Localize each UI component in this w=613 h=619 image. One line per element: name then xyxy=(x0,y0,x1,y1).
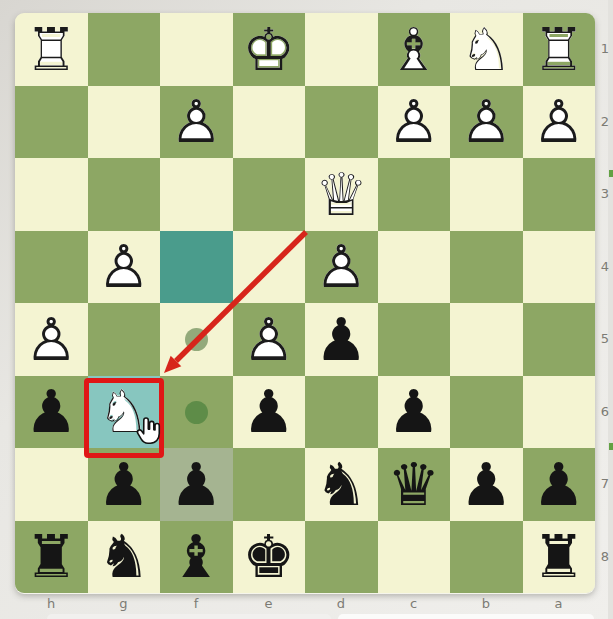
square-d5[interactable]: ♟ xyxy=(305,303,378,376)
rank-label-3: 3 xyxy=(597,186,613,201)
rank-label-5: 5 xyxy=(597,331,613,346)
bottom-panel-edge-right[interactable] xyxy=(338,614,594,619)
move-hint-dot[interactable] xyxy=(185,328,208,351)
square-a2[interactable]: ♟♙ xyxy=(523,86,596,159)
black-pawn[interactable]: ♟ xyxy=(450,448,523,521)
file-label-c: c xyxy=(378,596,450,611)
square-h2[interactable] xyxy=(15,86,88,159)
white-pawn[interactable]: ♟♙ xyxy=(160,86,233,159)
bottom-panel-edge-left[interactable] xyxy=(47,614,331,619)
white-knight[interactable]: ♞♘ xyxy=(88,376,161,449)
square-e1[interactable]: ♚♔ xyxy=(233,13,306,86)
black-king[interactable]: ♚ xyxy=(233,521,306,594)
square-d3[interactable]: ♛♕ xyxy=(305,158,378,231)
black-queen[interactable]: ♛ xyxy=(378,448,451,521)
file-label-b: b xyxy=(450,596,522,611)
square-g3[interactable] xyxy=(88,158,161,231)
black-pawn[interactable]: ♟ xyxy=(378,376,451,449)
square-c8[interactable] xyxy=(378,521,451,594)
square-g7[interactable]: ♟ xyxy=(88,448,161,521)
edge-marker xyxy=(609,443,613,450)
square-a1[interactable]: ♜♖ xyxy=(523,13,596,86)
square-h3[interactable] xyxy=(15,158,88,231)
black-pawn[interactable]: ♟ xyxy=(15,376,88,449)
rank-label-2: 2 xyxy=(597,114,613,129)
square-g5[interactable] xyxy=(88,303,161,376)
square-e4[interactable] xyxy=(233,231,306,304)
square-f3[interactable] xyxy=(160,158,233,231)
white-pawn[interactable]: ♟♙ xyxy=(305,231,378,304)
square-d7[interactable]: ♞ xyxy=(305,448,378,521)
square-f7[interactable]: ♟ xyxy=(160,448,233,521)
white-rook[interactable]: ♜♖ xyxy=(15,13,88,86)
black-pawn[interactable]: ♟ xyxy=(523,448,596,521)
black-pawn[interactable]: ♟ xyxy=(160,448,233,521)
black-pawn[interactable]: ♟ xyxy=(88,448,161,521)
square-b1[interactable]: ♞♘ xyxy=(450,13,523,86)
square-f8[interactable]: ♝ xyxy=(160,521,233,594)
white-rook[interactable]: ♜♖ xyxy=(523,13,596,86)
white-bishop[interactable]: ♝♗ xyxy=(378,13,451,86)
square-c4[interactable] xyxy=(378,231,451,304)
square-f2[interactable]: ♟♙ xyxy=(160,86,233,159)
black-rook[interactable]: ♜ xyxy=(15,521,88,594)
rank-label-4: 4 xyxy=(597,259,613,274)
white-pawn[interactable]: ♟♙ xyxy=(523,86,596,159)
rank-label-1: 1 xyxy=(597,41,613,56)
square-c3[interactable] xyxy=(378,158,451,231)
square-d8[interactable] xyxy=(305,521,378,594)
square-d2[interactable] xyxy=(305,86,378,159)
square-b3[interactable] xyxy=(450,158,523,231)
file-label-h: h xyxy=(15,596,87,611)
black-pawn[interactable]: ♟ xyxy=(233,376,306,449)
square-e7[interactable] xyxy=(233,448,306,521)
file-label-f: f xyxy=(160,596,232,611)
white-knight[interactable]: ♞♘ xyxy=(450,13,523,86)
square-h6[interactable]: ♟ xyxy=(15,376,88,449)
square-f1[interactable] xyxy=(160,13,233,86)
file-label-e: e xyxy=(233,596,305,611)
black-bishop[interactable]: ♝ xyxy=(160,521,233,594)
square-b6[interactable] xyxy=(450,376,523,449)
black-knight[interactable]: ♞ xyxy=(305,448,378,521)
square-h4[interactable] xyxy=(15,231,88,304)
file-label-d: d xyxy=(305,596,377,611)
square-a4[interactable] xyxy=(523,231,596,304)
rank-label-7: 7 xyxy=(597,476,613,491)
square-a3[interactable] xyxy=(523,158,596,231)
square-c5[interactable] xyxy=(378,303,451,376)
white-pawn[interactable]: ♟♙ xyxy=(450,86,523,159)
square-d4[interactable]: ♟♙ xyxy=(305,231,378,304)
edge-marker xyxy=(609,170,613,177)
black-rook[interactable]: ♜ xyxy=(523,521,596,594)
move-hint-dot[interactable] xyxy=(185,401,208,424)
square-f6[interactable] xyxy=(160,376,233,449)
square-b8[interactable] xyxy=(450,521,523,594)
square-c7[interactable]: ♛ xyxy=(378,448,451,521)
square-b5[interactable] xyxy=(450,303,523,376)
square-b2[interactable]: ♟♙ xyxy=(450,86,523,159)
square-g6[interactable]: ♞♘ xyxy=(88,376,161,449)
square-e8[interactable]: ♚ xyxy=(233,521,306,594)
square-f5[interactable] xyxy=(160,303,233,376)
chess-board[interactable]: ♜♖♚♔♝♗♞♘♜♖♟♙♟♙♟♙♟♙♛♕♟♙♟♙♟♙♟♙♟♟♞♘♟♟♟♟♞♛♟♟… xyxy=(15,13,595,593)
square-g2[interactable] xyxy=(88,86,161,159)
square-g4[interactable]: ♟♙ xyxy=(88,231,161,304)
square-h5[interactable]: ♟♙ xyxy=(15,303,88,376)
chess-app-screen: ♜♖♚♔♝♗♞♘♜♖♟♙♟♙♟♙♟♙♛♕♟♙♟♙♟♙♟♙♟♟♞♘♟♟♟♟♞♛♟♟… xyxy=(0,0,613,619)
file-label-a: a xyxy=(523,596,595,611)
square-h7[interactable] xyxy=(15,448,88,521)
right-scroll-strip xyxy=(608,0,613,619)
square-a8[interactable]: ♜ xyxy=(523,521,596,594)
square-c2[interactable]: ♟♙ xyxy=(378,86,451,159)
black-pawn[interactable]: ♟ xyxy=(305,303,378,376)
square-b4[interactable] xyxy=(450,231,523,304)
square-a5[interactable] xyxy=(523,303,596,376)
square-e5[interactable]: ♟♙ xyxy=(233,303,306,376)
square-b7[interactable]: ♟ xyxy=(450,448,523,521)
white-pawn[interactable]: ♟♙ xyxy=(378,86,451,159)
rank-label-6: 6 xyxy=(597,404,613,419)
white-king[interactable]: ♚♔ xyxy=(233,13,306,86)
square-d1[interactable] xyxy=(305,13,378,86)
square-h1[interactable]: ♜♖ xyxy=(15,13,88,86)
white-pawn[interactable]: ♟♙ xyxy=(233,303,306,376)
rank-label-8: 8 xyxy=(597,549,613,564)
white-queen[interactable]: ♛♕ xyxy=(305,158,378,231)
black-knight[interactable]: ♞ xyxy=(88,521,161,594)
square-c1[interactable]: ♝♗ xyxy=(378,13,451,86)
square-e2[interactable] xyxy=(233,86,306,159)
white-pawn[interactable]: ♟♙ xyxy=(88,231,161,304)
square-a7[interactable]: ♟ xyxy=(523,448,596,521)
square-c6[interactable]: ♟ xyxy=(378,376,451,449)
square-h8[interactable]: ♜ xyxy=(15,521,88,594)
square-e3[interactable] xyxy=(233,158,306,231)
file-label-g: g xyxy=(88,596,160,611)
square-d6[interactable] xyxy=(305,376,378,449)
square-g1[interactable] xyxy=(88,13,161,86)
square-e6[interactable]: ♟ xyxy=(233,376,306,449)
square-a6[interactable] xyxy=(523,376,596,449)
square-f4[interactable] xyxy=(160,231,233,304)
square-g8[interactable]: ♞ xyxy=(88,521,161,594)
white-pawn[interactable]: ♟♙ xyxy=(15,303,88,376)
